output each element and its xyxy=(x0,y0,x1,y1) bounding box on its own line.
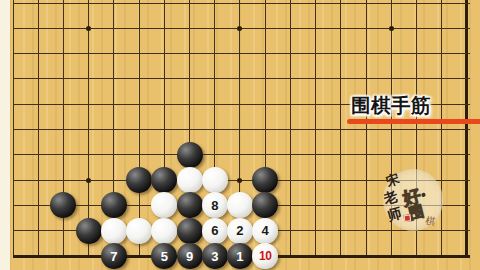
stone-white-L1: 10 xyxy=(252,243,278,269)
star-point xyxy=(389,26,394,31)
star-point xyxy=(86,26,91,31)
stone-white-L2: 4 xyxy=(252,218,278,244)
move-number-label: 4 xyxy=(262,224,269,237)
move-number-label: 2 xyxy=(236,224,243,237)
stone-black-H1: 9 xyxy=(177,243,203,269)
stone-black-C3 xyxy=(50,192,76,218)
watermark-red-seal xyxy=(403,214,411,222)
title-underline xyxy=(347,119,480,124)
stone-black-H2 xyxy=(177,218,203,244)
star-point xyxy=(237,178,242,183)
stone-white-G2 xyxy=(151,218,177,244)
stone-black-H3 xyxy=(177,192,203,218)
star-point xyxy=(86,178,91,183)
stone-white-H4 xyxy=(177,167,203,193)
stone-black-F4 xyxy=(126,167,152,193)
stone-black-G1: 5 xyxy=(151,243,177,269)
title-banner: 围棋手筋 xyxy=(351,92,431,119)
move-number-label: 1 xyxy=(236,250,243,263)
stone-white-F2 xyxy=(126,218,152,244)
move-number-label: 7 xyxy=(110,250,117,263)
star-point xyxy=(237,26,242,31)
stone-white-J4 xyxy=(202,167,228,193)
move-number-label: 9 xyxy=(186,250,193,263)
stone-white-G3 xyxy=(151,192,177,218)
stone-black-J1: 3 xyxy=(202,243,228,269)
stone-black-K1: 1 xyxy=(227,243,253,269)
board-grid-hline xyxy=(13,3,471,4)
stone-black-G4 xyxy=(151,167,177,193)
stone-black-E3 xyxy=(101,192,127,218)
watermark-char-qi: 棋 xyxy=(425,216,437,228)
move-number-label: 5 xyxy=(161,250,168,263)
stone-white-E2 xyxy=(101,218,127,244)
board-grid-hline xyxy=(13,78,471,79)
stone-white-K2: 2 xyxy=(227,218,253,244)
board-grid-hline xyxy=(13,53,471,54)
board-grid-hline xyxy=(13,129,471,130)
move-number-label: 6 xyxy=(211,224,218,237)
stone-white-K3 xyxy=(227,192,253,218)
stone-white-J3: 8 xyxy=(202,192,228,218)
video-frame: 86247593110 宋 老 师 好 围 棋 围棋手筋 xyxy=(0,0,480,270)
stone-black-D2 xyxy=(76,218,102,244)
watermark-dot xyxy=(421,193,425,197)
board-grid-hline xyxy=(13,154,471,155)
stone-black-H5 xyxy=(177,142,203,168)
move-number-label: 3 xyxy=(211,250,218,263)
move-number-label: 8 xyxy=(211,199,218,212)
stone-black-L4 xyxy=(252,167,278,193)
stone-black-E1: 7 xyxy=(101,243,127,269)
left-letterbox-bar xyxy=(0,0,10,270)
channel-watermark-seal: 宋 老 师 好 围 棋 xyxy=(380,166,446,234)
stone-black-L3 xyxy=(252,192,278,218)
stone-white-J2: 6 xyxy=(202,218,228,244)
move-number-label: 10 xyxy=(259,250,271,262)
